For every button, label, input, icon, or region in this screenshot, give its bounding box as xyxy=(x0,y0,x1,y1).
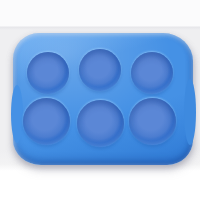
muffin-cavity-r2c1 xyxy=(23,98,70,145)
muffin-cavity-r1c1 xyxy=(27,52,69,94)
muffin-cavity-r1c2 xyxy=(79,49,121,91)
product-photo xyxy=(0,0,200,200)
cavity-grid xyxy=(13,33,193,165)
muffin-cavity-r2c2 xyxy=(77,100,124,147)
muffin-cavity-r2c3 xyxy=(129,98,176,145)
silicone-muffin-tray xyxy=(13,33,193,165)
muffin-cavity-r1c3 xyxy=(131,52,173,94)
